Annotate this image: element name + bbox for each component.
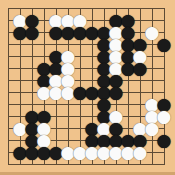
white-stone: ● xyxy=(134,146,146,158)
grid-hline xyxy=(8,104,165,105)
go-board[interactable]: ●●●●●●●●●●●●●●●●●●●●●●●●●●●●●●●●●●●●●●●●… xyxy=(0,0,175,175)
black-stone: ● xyxy=(158,134,170,146)
board-bottom-edge-shade xyxy=(0,172,175,175)
grid-hline xyxy=(8,164,165,165)
white-stone: ● xyxy=(158,110,170,122)
screenshot-root: ●●●●●●●●●●●●●●●●●●●●●●●●●●●●●●●●●●●●●●●●… xyxy=(0,0,175,175)
black-stone: ● xyxy=(26,26,38,38)
black-stone: ● xyxy=(134,62,146,74)
black-stone: ● xyxy=(158,38,170,50)
black-stone: ● xyxy=(110,86,122,98)
grid-hline xyxy=(8,80,165,81)
